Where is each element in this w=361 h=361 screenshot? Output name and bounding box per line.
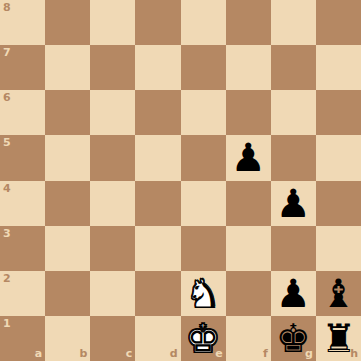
square-a5[interactable]: 5 [0, 135, 45, 180]
square-f5[interactable]: ♟ [226, 135, 271, 180]
square-b3[interactable] [45, 226, 90, 271]
square-a4[interactable]: 4 [0, 181, 45, 226]
file-label-f: f [263, 347, 268, 360]
chess-board: 8765♟4♟32♞♟♝1abcde♚fg♚h♜ [0, 0, 361, 361]
square-a2[interactable]: 2 [0, 271, 45, 316]
square-b1[interactable]: b [45, 316, 90, 361]
square-g3[interactable] [271, 226, 316, 271]
square-h1[interactable]: h♜ [316, 316, 361, 361]
square-d2[interactable] [135, 271, 180, 316]
square-e3[interactable] [181, 226, 226, 271]
square-c6[interactable] [90, 90, 135, 135]
rank-label-4: 4 [3, 182, 11, 195]
square-d3[interactable] [135, 226, 180, 271]
square-e8[interactable] [181, 0, 226, 45]
square-g7[interactable] [271, 45, 316, 90]
square-g1[interactable]: g♚ [271, 316, 316, 361]
square-b7[interactable] [45, 45, 90, 90]
square-f3[interactable] [226, 226, 271, 271]
black-pawn-piece[interactable]: ♟ [231, 135, 266, 180]
file-label-h: h [350, 347, 358, 360]
square-d4[interactable] [135, 181, 180, 226]
square-d6[interactable] [135, 90, 180, 135]
square-f7[interactable] [226, 45, 271, 90]
square-h2[interactable]: ♝ [316, 271, 361, 316]
file-label-b: b [79, 347, 87, 360]
square-a3[interactable]: 3 [0, 226, 45, 271]
square-e1[interactable]: e♚ [181, 316, 226, 361]
square-g4[interactable]: ♟ [271, 181, 316, 226]
file-label-a: a [35, 347, 42, 360]
square-f8[interactable] [226, 0, 271, 45]
rank-label-3: 3 [3, 227, 11, 240]
rank-label-7: 7 [3, 46, 11, 59]
square-h5[interactable] [316, 135, 361, 180]
square-a8[interactable]: 8 [0, 0, 45, 45]
white-knight-piece[interactable]: ♞ [186, 271, 221, 316]
square-b8[interactable] [45, 0, 90, 45]
square-f2[interactable] [226, 271, 271, 316]
black-bishop-piece[interactable]: ♝ [321, 271, 356, 316]
file-label-c: c [126, 347, 133, 360]
square-d7[interactable] [135, 45, 180, 90]
square-e6[interactable] [181, 90, 226, 135]
square-h3[interactable] [316, 226, 361, 271]
square-d8[interactable] [135, 0, 180, 45]
rank-label-5: 5 [3, 136, 11, 149]
rank-label-6: 6 [3, 91, 11, 104]
square-b4[interactable] [45, 181, 90, 226]
square-f6[interactable] [226, 90, 271, 135]
square-h7[interactable] [316, 45, 361, 90]
square-h8[interactable] [316, 0, 361, 45]
square-c7[interactable] [90, 45, 135, 90]
file-label-d: d [170, 347, 178, 360]
square-d1[interactable]: d [135, 316, 180, 361]
square-e5[interactable] [181, 135, 226, 180]
square-g6[interactable] [271, 90, 316, 135]
square-e2[interactable]: ♞ [181, 271, 226, 316]
black-pawn-piece[interactable]: ♟ [276, 271, 311, 316]
square-c5[interactable] [90, 135, 135, 180]
square-c3[interactable] [90, 226, 135, 271]
square-c4[interactable] [90, 181, 135, 226]
file-label-g: g [305, 347, 313, 360]
square-f4[interactable] [226, 181, 271, 226]
square-g2[interactable]: ♟ [271, 271, 316, 316]
rank-label-8: 8 [3, 1, 11, 14]
square-b5[interactable] [45, 135, 90, 180]
square-h6[interactable] [316, 90, 361, 135]
square-h4[interactable] [316, 181, 361, 226]
square-c1[interactable]: c [90, 316, 135, 361]
square-f1[interactable]: f [226, 316, 271, 361]
square-b6[interactable] [45, 90, 90, 135]
square-a1[interactable]: 1a [0, 316, 45, 361]
square-c2[interactable] [90, 271, 135, 316]
square-e4[interactable] [181, 181, 226, 226]
square-b2[interactable] [45, 271, 90, 316]
square-d5[interactable] [135, 135, 180, 180]
square-g5[interactable] [271, 135, 316, 180]
square-g8[interactable] [271, 0, 316, 45]
square-a6[interactable]: 6 [0, 90, 45, 135]
rank-label-2: 2 [3, 272, 11, 285]
rank-label-1: 1 [3, 317, 11, 330]
file-label-e: e [215, 347, 222, 360]
square-e7[interactable] [181, 45, 226, 90]
square-a7[interactable]: 7 [0, 45, 45, 90]
black-pawn-piece[interactable]: ♟ [276, 181, 311, 226]
square-c8[interactable] [90, 0, 135, 45]
